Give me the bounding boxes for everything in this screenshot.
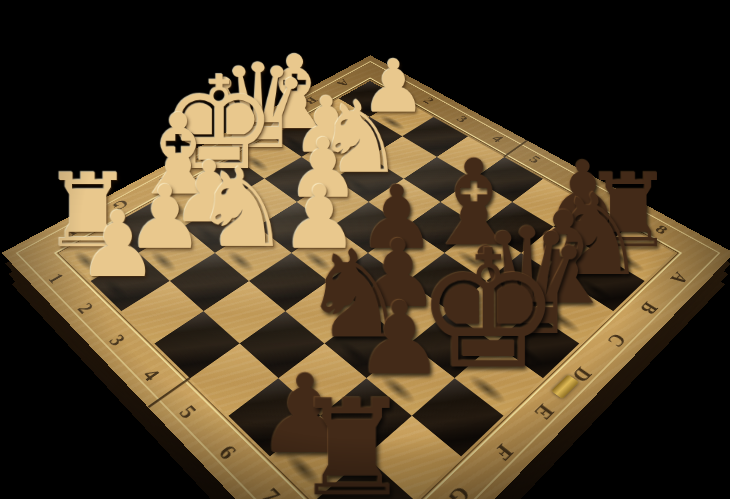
square-h8: ♜	[315, 456, 415, 499]
file-label-B: B	[635, 298, 663, 318]
white-pawn-h2: ♟	[77, 203, 158, 289]
rank-label-7: 7	[256, 482, 286, 499]
square-e8: ♚	[455, 344, 543, 416]
rank-label-6: 6	[213, 440, 242, 465]
file-label-E: E	[528, 399, 559, 424]
rank-label-5: 5	[526, 153, 545, 166]
file-label-F: F	[488, 439, 519, 465]
file-label-A: A	[665, 268, 693, 287]
black-rook-h8: ♜	[292, 387, 411, 499]
file-label-D: D	[566, 363, 597, 387]
chess-board: ♟♟♜♞♝♟♞♝♝♛♟♟♛♚♟♟♚♝♟♞♞♟♟♜♟♟♜ 112233445566…	[2, 55, 730, 499]
rank-label-3: 3	[453, 113, 471, 124]
file-label-G: G	[442, 480, 477, 499]
photo-stage: ♟♟♜♞♝♟♞♝♝♛♟♟♛♚♟♟♚♝♟♞♞♟♟♜♟♟♜ 112233445566…	[0, 0, 730, 499]
file-label-C: C	[602, 329, 632, 351]
rank-label-4: 4	[138, 364, 166, 385]
rank-label-2: 2	[73, 299, 99, 317]
white-knight-f3: ♞	[193, 156, 291, 260]
rank-label-3: 3	[104, 330, 131, 350]
rank-label-1: 1	[43, 270, 69, 287]
black-king-e8: ♚	[415, 233, 561, 388]
rank-label-5: 5	[174, 400, 203, 423]
